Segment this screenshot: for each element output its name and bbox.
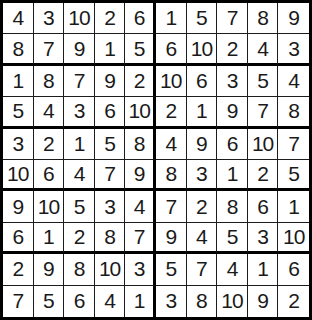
- cell-r10-c10[interactable]: 2: [278, 286, 309, 317]
- cell-r8-c6[interactable]: 9: [156, 223, 187, 254]
- cell-r9-c6[interactable]: 5: [156, 254, 187, 285]
- sudoku-board: 4310261578987915610243187921063545436102…: [0, 0, 312, 320]
- cell-r5-c5[interactable]: 8: [125, 129, 156, 160]
- cell-r4-c1[interactable]: 5: [3, 97, 34, 128]
- cell-r1-c6[interactable]: 1: [156, 3, 187, 34]
- cell-r10-c1[interactable]: 7: [3, 286, 34, 317]
- cell-r3-c1[interactable]: 1: [3, 66, 34, 97]
- cell-r3-c7[interactable]: 6: [187, 66, 218, 97]
- cell-r4-c9[interactable]: 7: [248, 97, 279, 128]
- cell-r5-c6[interactable]: 4: [156, 129, 187, 160]
- cell-r3-c9[interactable]: 5: [248, 66, 279, 97]
- cell-r8-c5[interactable]: 7: [125, 223, 156, 254]
- cell-r4-c7[interactable]: 1: [187, 97, 218, 128]
- cell-r3-c10[interactable]: 4: [278, 66, 309, 97]
- cell-r8-c2[interactable]: 1: [34, 223, 65, 254]
- cell-r9-c10[interactable]: 6: [278, 254, 309, 285]
- cell-r9-c8[interactable]: 4: [217, 254, 248, 285]
- cell-r3-c2[interactable]: 8: [34, 66, 65, 97]
- cell-r10-c6[interactable]: 3: [156, 286, 187, 317]
- cell-r8-c8[interactable]: 5: [217, 223, 248, 254]
- cell-r1-c10[interactable]: 9: [278, 3, 309, 34]
- cell-r3-c6[interactable]: 10: [156, 66, 187, 97]
- cell-r7-c2[interactable]: 10: [34, 191, 65, 222]
- cell-r6-c2[interactable]: 6: [34, 160, 65, 191]
- cell-r6-c5[interactable]: 9: [125, 160, 156, 191]
- cell-r5-c9[interactable]: 10: [248, 129, 279, 160]
- cell-r5-c1[interactable]: 3: [3, 129, 34, 160]
- cell-r4-c8[interactable]: 9: [217, 97, 248, 128]
- cell-r9-c1[interactable]: 2: [3, 254, 34, 285]
- cell-r2-c1[interactable]: 8: [3, 34, 34, 65]
- cell-r1-c3[interactable]: 10: [64, 3, 95, 34]
- cell-r1-c7[interactable]: 5: [187, 3, 218, 34]
- cell-r8-c9[interactable]: 3: [248, 223, 279, 254]
- cell-r10-c3[interactable]: 6: [64, 286, 95, 317]
- cell-r7-c7[interactable]: 2: [187, 191, 218, 222]
- cell-r10-c5[interactable]: 1: [125, 286, 156, 317]
- cell-r7-c6[interactable]: 7: [156, 191, 187, 222]
- cell-r1-c1[interactable]: 4: [3, 3, 34, 34]
- cell-r9-c2[interactable]: 9: [34, 254, 65, 285]
- cell-r9-c3[interactable]: 8: [64, 254, 95, 285]
- cell-r1-c9[interactable]: 8: [248, 3, 279, 34]
- cell-r2-c2[interactable]: 7: [34, 34, 65, 65]
- cell-r5-c7[interactable]: 9: [187, 129, 218, 160]
- cell-r2-c8[interactable]: 2: [217, 34, 248, 65]
- cell-r3-c8[interactable]: 3: [217, 66, 248, 97]
- cell-r5-c3[interactable]: 1: [64, 129, 95, 160]
- cell-r7-c4[interactable]: 3: [95, 191, 126, 222]
- cell-r4-c4[interactable]: 6: [95, 97, 126, 128]
- cell-r3-c5[interactable]: 2: [125, 66, 156, 97]
- cell-r10-c7[interactable]: 8: [187, 286, 218, 317]
- cell-r6-c8[interactable]: 1: [217, 160, 248, 191]
- cell-r5-c10[interactable]: 7: [278, 129, 309, 160]
- cell-r3-c4[interactable]: 9: [95, 66, 126, 97]
- cell-r4-c5[interactable]: 10: [125, 97, 156, 128]
- cell-r9-c7[interactable]: 7: [187, 254, 218, 285]
- cell-r1-c5[interactable]: 6: [125, 3, 156, 34]
- cell-r7-c1[interactable]: 9: [3, 191, 34, 222]
- cell-r4-c2[interactable]: 4: [34, 97, 65, 128]
- cell-r9-c4[interactable]: 10: [95, 254, 126, 285]
- cell-r4-c3[interactable]: 3: [64, 97, 95, 128]
- cell-r6-c10[interactable]: 5: [278, 160, 309, 191]
- cell-r1-c4[interactable]: 2: [95, 3, 126, 34]
- cell-r5-c8[interactable]: 6: [217, 129, 248, 160]
- cell-r1-c8[interactable]: 7: [217, 3, 248, 34]
- cell-r10-c4[interactable]: 4: [95, 286, 126, 317]
- cell-r8-c4[interactable]: 8: [95, 223, 126, 254]
- cell-r5-c4[interactable]: 5: [95, 129, 126, 160]
- cell-r10-c8[interactable]: 10: [217, 286, 248, 317]
- cell-r7-c8[interactable]: 8: [217, 191, 248, 222]
- cell-r7-c10[interactable]: 1: [278, 191, 309, 222]
- cell-r7-c5[interactable]: 4: [125, 191, 156, 222]
- cell-r4-c6[interactable]: 2: [156, 97, 187, 128]
- cell-r6-c9[interactable]: 2: [248, 160, 279, 191]
- cell-r9-c9[interactable]: 1: [248, 254, 279, 285]
- cell-r7-c3[interactable]: 5: [64, 191, 95, 222]
- cell-r2-c7[interactable]: 10: [187, 34, 218, 65]
- cell-r8-c3[interactable]: 2: [64, 223, 95, 254]
- cell-r2-c9[interactable]: 4: [248, 34, 279, 65]
- cell-r8-c10[interactable]: 10: [278, 223, 309, 254]
- cell-r6-c4[interactable]: 7: [95, 160, 126, 191]
- cell-r6-c1[interactable]: 10: [3, 160, 34, 191]
- cell-r2-c4[interactable]: 1: [95, 34, 126, 65]
- cell-r8-c1[interactable]: 6: [3, 223, 34, 254]
- cell-r6-c6[interactable]: 8: [156, 160, 187, 191]
- cell-r2-c3[interactable]: 9: [64, 34, 95, 65]
- cell-r6-c3[interactable]: 4: [64, 160, 95, 191]
- cell-r2-c10[interactable]: 3: [278, 34, 309, 65]
- cell-r5-c2[interactable]: 2: [34, 129, 65, 160]
- cell-r10-c2[interactable]: 5: [34, 286, 65, 317]
- cell-r2-c5[interactable]: 5: [125, 34, 156, 65]
- cell-r6-c7[interactable]: 3: [187, 160, 218, 191]
- cell-r9-c5[interactable]: 3: [125, 254, 156, 285]
- cell-r1-c2[interactable]: 3: [34, 3, 65, 34]
- cell-r3-c3[interactable]: 7: [64, 66, 95, 97]
- cell-r8-c7[interactable]: 4: [187, 223, 218, 254]
- cell-r10-c9[interactable]: 9: [248, 286, 279, 317]
- cell-r4-c10[interactable]: 8: [278, 97, 309, 128]
- cell-r2-c6[interactable]: 6: [156, 34, 187, 65]
- cell-r7-c9[interactable]: 6: [248, 191, 279, 222]
